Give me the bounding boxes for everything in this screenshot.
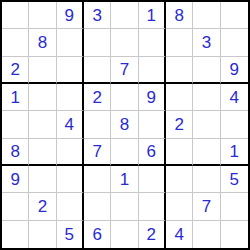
cell-r6c8[interactable]: [193, 139, 220, 166]
cell-r5c1[interactable]: [2, 111, 29, 138]
cell-r7c4[interactable]: [84, 166, 111, 193]
cell-r7c1[interactable]: 9: [2, 166, 29, 193]
cell-r1c6[interactable]: 1: [139, 2, 166, 29]
cell-r1c4[interactable]: 3: [84, 2, 111, 29]
cell-r2c2[interactable]: 8: [29, 29, 56, 56]
cell-r3c3[interactable]: [57, 57, 84, 84]
cell-r3c4[interactable]: [84, 57, 111, 84]
cell-r9c6[interactable]: 2: [139, 221, 166, 248]
cell-r3c2[interactable]: [29, 57, 56, 84]
cell-r4c4[interactable]: 2: [84, 84, 111, 111]
cell-r9c8[interactable]: [193, 221, 220, 248]
cell-r6c6[interactable]: 6: [139, 139, 166, 166]
cell-r6c3[interactable]: [57, 139, 84, 166]
cell-r4c8[interactable]: [193, 84, 220, 111]
cell-r1c1[interactable]: [2, 2, 29, 29]
cell-r8c4[interactable]: [84, 193, 111, 220]
cell-r9c5[interactable]: [111, 221, 138, 248]
cell-r2c7[interactable]: [166, 29, 193, 56]
cell-r3c9[interactable]: 9: [221, 57, 248, 84]
cell-r2c3[interactable]: [57, 29, 84, 56]
cell-r5c7[interactable]: 2: [166, 111, 193, 138]
cell-r9c9[interactable]: [221, 221, 248, 248]
cell-r5c3[interactable]: 4: [57, 111, 84, 138]
sudoku-board: 93188327912944828761915275624: [0, 0, 250, 250]
cell-r9c7[interactable]: 4: [166, 221, 193, 248]
cell-r5c4[interactable]: [84, 111, 111, 138]
cell-r7c7[interactable]: [166, 166, 193, 193]
cell-r8c7[interactable]: [166, 193, 193, 220]
cell-r3c6[interactable]: [139, 57, 166, 84]
cell-r1c9[interactable]: [221, 2, 248, 29]
cell-r8c8[interactable]: 7: [193, 193, 220, 220]
cell-r4c5[interactable]: [111, 84, 138, 111]
cell-r4c2[interactable]: [29, 84, 56, 111]
cell-r2c1[interactable]: [2, 29, 29, 56]
cell-r7c9[interactable]: 5: [221, 166, 248, 193]
cell-r6c7[interactable]: [166, 139, 193, 166]
cell-r3c1[interactable]: 2: [2, 57, 29, 84]
cell-r4c1[interactable]: 1: [2, 84, 29, 111]
cell-r9c1[interactable]: [2, 221, 29, 248]
cell-r4c7[interactable]: [166, 84, 193, 111]
cell-r6c5[interactable]: [111, 139, 138, 166]
cell-r6c9[interactable]: 1: [221, 139, 248, 166]
cell-r6c4[interactable]: 7: [84, 139, 111, 166]
sudoku-grid: 93188327912944828761915275624: [2, 2, 248, 248]
cell-r3c5[interactable]: 7: [111, 57, 138, 84]
cell-r4c6[interactable]: 9: [139, 84, 166, 111]
cell-r9c2[interactable]: [29, 221, 56, 248]
cell-r4c9[interactable]: 4: [221, 84, 248, 111]
cell-r1c5[interactable]: [111, 2, 138, 29]
cell-r1c8[interactable]: [193, 2, 220, 29]
cell-r5c2[interactable]: [29, 111, 56, 138]
cell-r6c2[interactable]: [29, 139, 56, 166]
cell-r8c3[interactable]: [57, 193, 84, 220]
cell-r7c5[interactable]: 1: [111, 166, 138, 193]
cell-r8c9[interactable]: [221, 193, 248, 220]
cell-r1c2[interactable]: [29, 2, 56, 29]
cell-r7c2[interactable]: [29, 166, 56, 193]
cell-r2c4[interactable]: [84, 29, 111, 56]
cell-r3c8[interactable]: [193, 57, 220, 84]
cell-r8c1[interactable]: [2, 193, 29, 220]
cell-r7c3[interactable]: [57, 166, 84, 193]
cell-r1c3[interactable]: 9: [57, 2, 84, 29]
cell-r3c7[interactable]: [166, 57, 193, 84]
cell-r2c5[interactable]: [111, 29, 138, 56]
cell-r5c6[interactable]: [139, 111, 166, 138]
cell-r5c9[interactable]: [221, 111, 248, 138]
cell-r7c6[interactable]: [139, 166, 166, 193]
cell-r9c3[interactable]: 5: [57, 221, 84, 248]
cell-r5c5[interactable]: 8: [111, 111, 138, 138]
cell-r8c2[interactable]: 2: [29, 193, 56, 220]
cell-r2c6[interactable]: [139, 29, 166, 56]
cell-r2c9[interactable]: [221, 29, 248, 56]
cell-r1c7[interactable]: 8: [166, 2, 193, 29]
cell-r7c8[interactable]: [193, 166, 220, 193]
cell-r9c4[interactable]: 6: [84, 221, 111, 248]
cell-r6c1[interactable]: 8: [2, 139, 29, 166]
cell-r8c6[interactable]: [139, 193, 166, 220]
cell-r2c8[interactable]: 3: [193, 29, 220, 56]
cell-r4c3[interactable]: [57, 84, 84, 111]
cell-r8c5[interactable]: [111, 193, 138, 220]
cell-r5c8[interactable]: [193, 111, 220, 138]
